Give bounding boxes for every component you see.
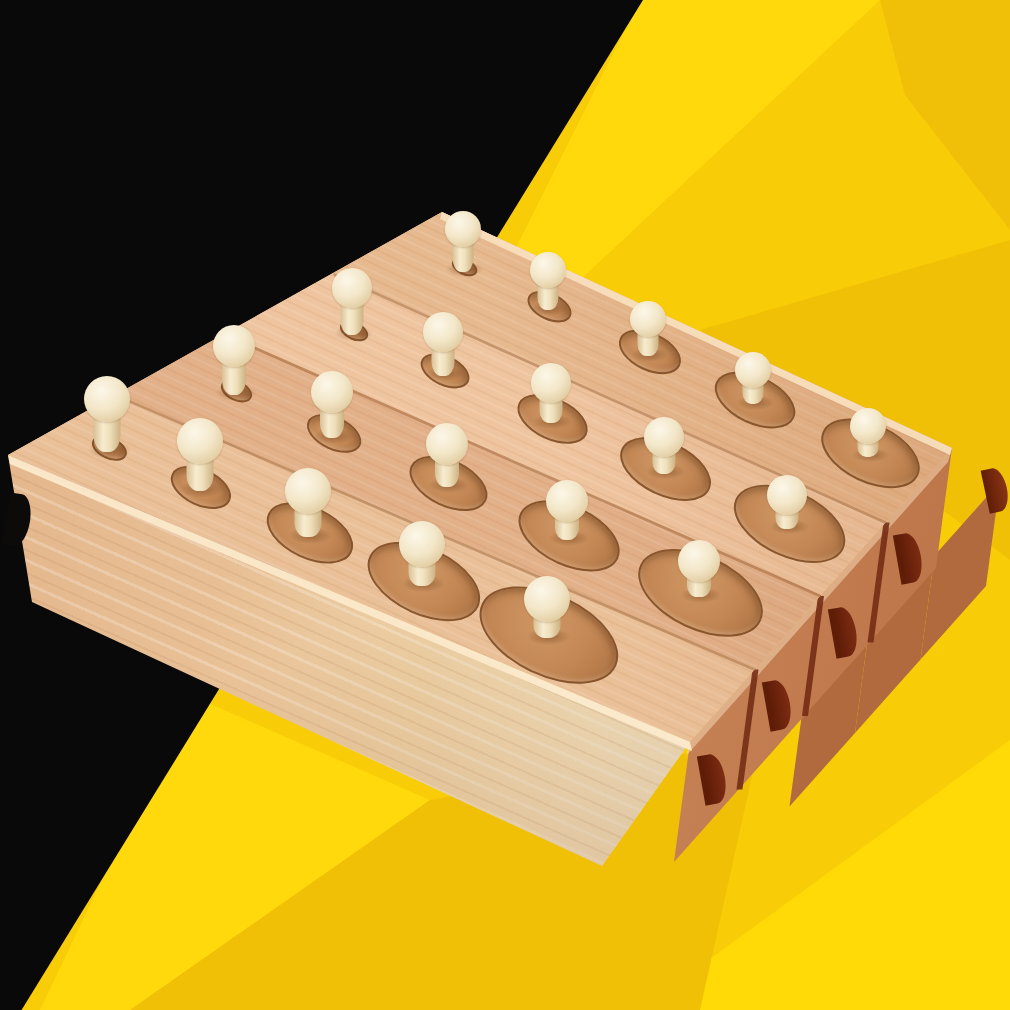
peg-r3c1[interactable] [213,325,255,395]
cylinder-knob [735,352,771,388]
cylinder-knob [530,252,566,288]
peg-r4c3[interactable] [285,468,331,537]
cylinder-knob [531,363,571,403]
peg-r1c2[interactable] [530,252,566,310]
cylinder-knob [644,417,684,457]
cylinder-knob [546,480,588,522]
cylinder-knob [311,371,353,413]
peg-r3c2[interactable] [311,371,353,438]
cylinder-knob [285,468,331,514]
board-top-right-shade [0,0,1010,1010]
peg-r2c3[interactable] [531,363,571,423]
peg-r2c2[interactable] [423,312,463,376]
cylinder-knob [177,418,223,464]
cylinder-knob [213,325,255,367]
cylinder-knob [399,521,445,567]
peg-r4c1[interactable] [84,376,130,452]
cylinder-knob [426,423,468,465]
cylinder-knob [678,540,720,582]
cylinder-knob [332,268,372,308]
peg-r1c1[interactable] [445,211,481,272]
cylinder-knob [445,211,481,247]
peg-r2c5[interactable] [767,475,807,529]
peg-r1c5[interactable] [850,408,886,457]
cylinder-knob [630,301,666,337]
peg-r4c4[interactable] [399,521,445,586]
peg-r3c5[interactable] [678,540,720,597]
peg-r3c4[interactable] [546,480,588,540]
peg-r3c3[interactable] [426,423,468,487]
cylinder-knob [767,475,807,515]
peg-r4c2[interactable] [177,418,223,491]
cylinder-knob [423,312,463,352]
cylinder-knob [850,408,886,444]
cylinder-knob [84,376,130,422]
cylinder-knob [524,576,570,622]
peg-r1c3[interactable] [630,301,666,356]
peg-r1c4[interactable] [735,352,771,404]
peg-r2c1[interactable] [332,268,372,335]
cylinder-block-board [0,0,1010,1010]
peg-r2c4[interactable] [644,417,684,474]
scene [0,0,1010,1010]
peg-r4c5[interactable] [524,576,570,638]
